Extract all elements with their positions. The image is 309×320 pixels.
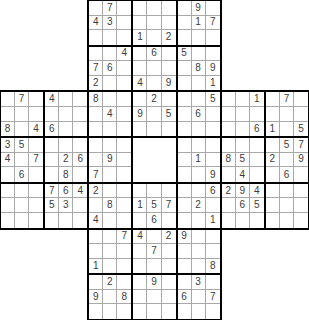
box-r3c2: 46 [43,90,89,138]
given-cell-r3c12: 2 [162,30,176,45]
empty-cell-r14c21[interactable] [294,198,308,213]
given-cell-r20c7: 9 [89,290,103,305]
empty-cell-r8c21[interactable] [294,107,308,122]
empty-cell-r1c9[interactable] [117,1,131,16]
empty-cell-r13c13[interactable] [178,184,192,199]
empty-cell-r21c11[interactable] [147,304,161,319]
given-cell-r9c19: 1 [266,122,280,137]
given-cell-r15c11: 6 [147,213,161,228]
empty-cell-r18c10[interactable] [133,259,147,274]
empty-cell-r14c19[interactable] [266,198,280,213]
empty-cell-r10c18[interactable] [250,138,264,153]
empty-cell-r8c15[interactable] [206,107,220,122]
empty-cell-r1c12[interactable] [162,1,176,16]
given-cell-r2c7: 4 [89,16,103,31]
given-cell-r14c5: 3 [59,198,73,213]
empty-cell-r8c11[interactable] [147,107,161,122]
empty-cell-r17c9[interactable] [117,244,131,259]
given-cell-r10c1: 3 [1,138,15,153]
empty-cell-r14c2[interactable] [15,198,29,213]
empty-cell-r12c3[interactable] [29,167,43,182]
empty-cell-r16c7[interactable] [89,230,103,245]
given-cell-r19c11: 9 [147,275,161,290]
empty-cell-r5c9[interactable] [117,61,131,76]
empty-cell-r12c14[interactable] [192,167,206,182]
empty-cell-r12c18[interactable] [250,167,264,182]
empty-cell-r8c16[interactable] [222,107,236,122]
empty-cell-r15c14[interactable] [192,213,206,228]
empty-cell-r19c12[interactable] [162,275,176,290]
given-cell-r14c10: 1 [133,198,147,213]
box-r3c5: 56 [176,90,222,138]
given-cell-r4c11: 6 [147,47,161,62]
given-cell-r14c8: 8 [103,198,117,213]
box-r5c2: 76453 [43,182,89,230]
given-cell-r8c8: 4 [103,107,117,122]
empty-cell-r8c7[interactable] [89,107,103,122]
empty-cell-r13c1[interactable] [1,184,15,199]
empty-cell-r1c10[interactable] [133,1,147,16]
empty-cell-r14c3[interactable] [29,198,43,213]
empty-cell-r17c12[interactable] [162,244,176,259]
given-cell-r13c7: 2 [89,184,103,199]
empty-cell-r21c10[interactable] [133,304,147,319]
empty-cell-r14c13[interactable] [178,198,192,213]
given-cell-r2c8: 3 [103,16,117,31]
empty-cell-r10c7[interactable] [89,138,103,153]
given-cell-r6c15: 1 [206,76,220,91]
empty-cell-r14c6[interactable] [73,198,87,213]
empty-cell-r5c13[interactable] [178,61,192,76]
given-cell-r6c7: 2 [89,76,103,91]
empty-cell-r9c20[interactable] [280,122,294,137]
given-cell-r11c5: 2 [59,153,73,168]
given-cell-r7c7: 8 [89,92,103,107]
empty-cell-r13c21[interactable] [294,184,308,199]
box-r5c7 [264,182,309,230]
empty-cell-r21c12[interactable] [162,304,176,319]
empty-cell-r4c7[interactable] [89,47,103,62]
empty-cell-r21c13[interactable] [178,304,192,319]
empty-cell-r7c13[interactable] [178,92,192,107]
empty-cell-r8c1[interactable] [1,107,15,122]
empty-cell-r10c6[interactable] [73,138,87,153]
given-cell-r7c11: 2 [147,92,161,107]
given-cell-r14c14: 2 [192,198,206,213]
given-cell-r13c16: 2 [222,184,236,199]
empty-cell-r10c15[interactable] [206,138,220,153]
given-cell-r7c2: 7 [15,92,29,107]
empty-cell-r21c9[interactable] [117,304,131,319]
empty-cell-r7c5[interactable] [59,92,73,107]
empty-cell-r3c9[interactable] [117,30,131,45]
given-cell-r5c7: 7 [89,61,103,76]
empty-cell-r17c13[interactable] [178,244,192,259]
empty-cell-r15c17[interactable] [236,213,250,228]
empty-cell-r17c10[interactable] [133,244,147,259]
given-cell-r2c15: 7 [206,16,220,31]
empty-cell-r8c9[interactable] [117,107,131,122]
empty-cell-r12c6[interactable] [73,167,87,182]
empty-cell-r12c4[interactable] [45,167,59,182]
empty-cell-r2c11[interactable] [147,16,161,31]
empty-cell-r15c3[interactable] [29,213,43,228]
empty-cell-r15c12[interactable] [162,213,176,228]
given-cell-r9c3: 4 [29,122,43,137]
empty-cell-r9c10[interactable] [133,122,147,137]
empty-cell-r9c9[interactable] [117,122,131,137]
box-r3c1: 784 [0,90,45,138]
empty-cell-r7c12[interactable] [162,92,176,107]
empty-cell-r5c11[interactable] [147,61,161,76]
empty-cell-r8c18[interactable] [250,107,264,122]
box-r4c1: 35476 [0,136,45,184]
given-cell-r6c10: 4 [133,76,147,91]
empty-cell-r14c20[interactable] [280,198,294,213]
box-r3c4: 295 [131,90,177,138]
box-r5c1 [0,182,45,230]
empty-cell-r14c7[interactable] [89,198,103,213]
empty-cell-r21c7[interactable] [89,304,103,319]
empty-cell-r12c19[interactable] [266,167,280,182]
empty-cell-r19c7[interactable] [89,275,103,290]
empty-cell-r17c7[interactable] [89,244,103,259]
given-cell-r11c14: 1 [192,153,206,168]
box-r3c7: 715 [264,90,309,138]
box-r2c4: 649 [131,45,177,93]
given-cell-r4c9: 4 [117,47,131,62]
empty-cell-r18c11[interactable] [147,259,161,274]
empty-cell-r18c12[interactable] [162,259,176,274]
box-r5c4: 1576 [131,182,177,230]
empty-cell-r13c12[interactable] [162,184,176,199]
empty-cell-r15c1[interactable] [1,213,15,228]
empty-cell-r8c19[interactable] [266,107,280,122]
empty-cell-r11c15[interactable] [206,153,220,168]
given-cell-r16c9: 7 [117,230,131,245]
given-cell-r12c2: 6 [15,167,29,182]
empty-cell-r9c6[interactable] [73,122,87,137]
box-r3c3: 84 [87,90,133,138]
empty-cell-r15c18[interactable] [250,213,264,228]
given-cell-r4c13: 5 [178,47,192,62]
empty-cell-r13c11[interactable] [147,184,161,199]
given-cell-r8c12: 5 [162,107,176,122]
empty-cell-r7c6[interactable] [73,92,87,107]
empty-cell-r10c13[interactable] [178,138,192,153]
empty-cell-r15c4[interactable] [45,213,59,228]
empty-cell-r20c11[interactable] [147,290,161,305]
given-cell-r17c11: 7 [147,244,161,259]
empty-cell-r10c5[interactable] [59,138,73,153]
empty-cell-r1c15[interactable] [206,1,220,16]
given-cell-r15c15: 1 [206,213,220,228]
given-cell-r14c11: 5 [147,198,161,213]
empty-cell-r8c13[interactable] [178,107,192,122]
empty-cell-r15c5[interactable] [59,213,73,228]
empty-cell-r10c14[interactable] [192,138,206,153]
given-cell-r11c6: 6 [73,153,87,168]
empty-cell-r10c4[interactable] [45,138,59,153]
given-cell-r9c21: 5 [294,122,308,137]
empty-cell-r7c21[interactable] [294,92,308,107]
given-cell-r10c21: 7 [294,138,308,153]
empty-cell-r20c8[interactable] [103,290,117,305]
empty-cell-r7c8[interactable] [103,92,117,107]
empty-cell-r11c9[interactable] [117,153,131,168]
given-cell-r11c17: 5 [236,153,250,168]
empty-cell-r8c20[interactable] [280,107,294,122]
empty-cell-r17c14[interactable] [192,244,206,259]
empty-cell-r9c2[interactable] [15,122,29,137]
empty-cell-r19c10[interactable] [133,275,147,290]
empty-cell-r9c13[interactable] [178,122,192,137]
empty-cell-r12c8[interactable] [103,167,117,182]
empty-cell-r2c9[interactable] [117,16,131,31]
empty-cell-r15c8[interactable] [103,213,117,228]
empty-cell-r15c16[interactable] [222,213,236,228]
empty-cell-r19c13[interactable] [178,275,192,290]
empty-cell-r16c15[interactable] [206,230,220,245]
empty-cell-r12c9[interactable] [117,167,131,182]
empty-cell-r17c15[interactable] [206,244,220,259]
given-cell-r14c4: 5 [45,198,59,213]
given-cell-r5c14: 8 [192,61,206,76]
empty-cell-r14c9[interactable] [117,198,131,213]
given-cell-r9c18: 6 [250,122,264,137]
empty-cell-r15c13[interactable] [178,213,192,228]
empty-cell-r10c3[interactable] [29,138,43,153]
given-cell-r19c8: 2 [103,275,117,290]
empty-cell-r8c5[interactable] [59,107,73,122]
empty-cell-r17c8[interactable] [103,244,117,259]
empty-cell-r6c11[interactable] [147,76,161,91]
given-cell-r16c12: 2 [162,230,176,245]
given-cell-r2c14: 1 [192,16,206,31]
given-cell-r7c4: 4 [45,92,59,107]
empty-cell-r9c7[interactable] [89,122,103,137]
empty-cell-r9c16[interactable] [222,122,236,137]
given-cell-r12c20: 6 [280,167,294,182]
given-cell-r14c18: 5 [250,198,264,213]
empty-cell-r16c11[interactable] [147,230,161,245]
given-cell-r10c20: 5 [280,138,294,153]
box-r3c6: 16 [220,90,266,138]
given-cell-r11c3: 7 [29,153,43,168]
empty-cell-r4c15[interactable] [206,47,220,62]
empty-cell-r1c13[interactable] [178,1,192,16]
empty-cell-r7c17[interactable] [236,92,250,107]
empty-cell-r8c6[interactable] [73,107,87,122]
given-cell-r11c21: 9 [294,153,308,168]
sudoku-board: 7431291747626495891784468429556167153547… [0,0,309,320]
empty-cell-r2c13[interactable] [178,16,192,31]
given-cell-r7c20: 7 [280,92,294,107]
empty-cell-r8c3[interactable] [29,107,43,122]
empty-cell-r4c14[interactable] [192,47,206,62]
empty-cell-r15c10[interactable] [133,213,147,228]
empty-cell-r6c9[interactable] [117,76,131,91]
empty-cell-r7c1[interactable] [1,92,15,107]
empty-cell-r12c13[interactable] [178,167,192,182]
given-cell-r12c7: 7 [89,167,103,182]
given-cell-r11c1: 4 [1,153,15,168]
empty-cell-r7c14[interactable] [192,92,206,107]
empty-cell-r11c2[interactable] [15,153,29,168]
given-cell-r14c17: 6 [236,198,250,213]
empty-cell-r15c19[interactable] [266,213,280,228]
empty-cell-r3c14[interactable] [192,30,206,45]
empty-cell-r10c16[interactable] [222,138,236,153]
given-cell-r13c15: 6 [206,184,220,199]
box-r5c6: 29465 [220,182,266,230]
empty-cell-r8c17[interactable] [236,107,250,122]
empty-cell-r20c10[interactable] [133,290,147,305]
empty-cell-r12c1[interactable] [1,167,15,182]
empty-cell-r11c4[interactable] [45,153,59,168]
empty-cell-r6c8[interactable] [103,76,117,91]
given-cell-r10c2: 5 [15,138,29,153]
empty-cell-r1c11[interactable] [147,1,161,16]
box-r7c3: 298 [87,273,133,320]
empty-cell-r1c7[interactable] [89,1,103,16]
empty-cell-r11c18[interactable] [250,153,264,168]
given-cell-r12c5: 8 [59,167,73,182]
empty-cell-r9c17[interactable] [236,122,250,137]
given-cell-r16c13: 9 [178,230,192,245]
empty-cell-r5c12[interactable] [162,61,176,76]
empty-cell-r15c6[interactable] [73,213,87,228]
empty-cell-r12c16[interactable] [222,167,236,182]
empty-cell-r18c14[interactable] [192,259,206,274]
empty-cell-r13c20[interactable] [280,184,294,199]
box-r2c5: 5891 [176,45,222,93]
given-cell-r9c4: 6 [45,122,59,137]
empty-cell-r3c8[interactable] [103,30,117,45]
empty-cell-r20c12[interactable] [162,290,176,305]
empty-cell-r7c19[interactable] [266,92,280,107]
empty-cell-r12c21[interactable] [294,167,308,182]
empty-cell-r4c10[interactable] [133,47,147,62]
empty-cell-r16c8[interactable] [103,230,117,245]
empty-cell-r15c9[interactable] [117,213,131,228]
empty-cell-r13c14[interactable] [192,184,206,199]
empty-cell-r3c13[interactable] [178,30,192,45]
empty-cell-r10c17[interactable] [236,138,250,153]
empty-cell-r7c9[interactable] [117,92,131,107]
empty-cell-r15c2[interactable] [15,213,29,228]
empty-cell-r14c16[interactable] [222,198,236,213]
empty-cell-r4c8[interactable] [103,47,117,62]
empty-cell-r19c15[interactable] [206,275,220,290]
box-r6c5: 98 [176,228,222,276]
empty-cell-r3c15[interactable] [206,30,220,45]
empty-cell-r19c9[interactable] [117,275,131,290]
box-r6c3: 71 [87,228,133,276]
given-cell-r3c10: 1 [133,30,147,45]
empty-cell-r14c1[interactable] [1,198,15,213]
empty-cell-r2c12[interactable] [162,16,176,31]
given-cell-r20c13: 6 [178,290,192,305]
empty-cell-r7c16[interactable] [222,92,236,107]
empty-cell-r3c11[interactable] [147,30,161,45]
empty-cell-r13c2[interactable] [15,184,29,199]
given-cell-r12c17: 4 [236,167,250,182]
empty-cell-r9c11[interactable] [147,122,161,137]
empty-cell-r7c3[interactable] [29,92,43,107]
given-cell-r11c16: 8 [222,153,236,168]
empty-cell-r9c5[interactable] [59,122,73,137]
empty-cell-r16c14[interactable] [192,230,206,245]
given-cell-r11c19: 2 [266,153,280,168]
empty-cell-r20c14[interactable] [192,290,206,305]
empty-cell-r21c15[interactable] [206,304,220,319]
given-cell-r9c1: 8 [1,122,15,137]
empty-cell-r4c12[interactable] [162,47,176,62]
empty-cell-r5c10[interactable] [133,61,147,76]
empty-cell-r13c9[interactable] [117,184,131,199]
empty-cell-r8c4[interactable] [45,107,59,122]
empty-cell-r2c10[interactable] [133,16,147,31]
empty-cell-r21c14[interactable] [192,304,206,319]
empty-cell-r9c15[interactable] [206,122,220,137]
empty-cell-r11c13[interactable] [178,153,192,168]
given-cell-r5c15: 9 [206,61,220,76]
box-r1c4: 12 [131,0,177,47]
box-r6c4: 427 [131,228,177,276]
empty-cell-r6c13[interactable] [178,76,192,91]
box-r1c3: 743 [87,0,133,47]
given-cell-r12c15: 9 [206,167,220,182]
empty-cell-r21c8[interactable] [103,304,117,319]
empty-cell-r14c15[interactable] [206,198,220,213]
empty-cell-r11c7[interactable] [89,153,103,168]
empty-cell-r15c20[interactable] [280,213,294,228]
given-cell-r20c15: 7 [206,290,220,305]
box-r5c3: 284 [87,182,133,230]
empty-cell-r9c14[interactable] [192,122,206,137]
empty-cell-r10c19[interactable] [266,138,280,153]
box-r7c5: 367 [176,273,222,320]
empty-cell-r6c14[interactable] [192,76,206,91]
empty-cell-r18c9[interactable] [117,259,131,274]
given-cell-r7c18: 1 [250,92,264,107]
box-r4c2: 268 [43,136,89,184]
given-cell-r1c8: 7 [103,1,117,16]
given-cell-r13c6: 4 [73,184,87,199]
empty-cell-r13c3[interactable] [29,184,43,199]
empty-cell-r7c10[interactable] [133,92,147,107]
empty-cell-r9c12[interactable] [162,122,176,137]
empty-cell-r8c2[interactable] [15,107,29,122]
box-r4c7: 57296 [264,136,309,184]
empty-cell-r18c8[interactable] [103,259,117,274]
empty-cell-r13c8[interactable] [103,184,117,199]
empty-cell-r13c10[interactable] [133,184,147,199]
empty-cell-r10c9[interactable] [117,138,131,153]
empty-cell-r11c20[interactable] [280,153,294,168]
empty-cell-r13c19[interactable] [266,184,280,199]
empty-cell-r9c8[interactable] [103,122,117,137]
given-cell-r20c9: 8 [117,290,131,305]
empty-cell-r15c21[interactable] [294,213,308,228]
empty-cell-r3c7[interactable] [89,30,103,45]
given-cell-r8c10: 9 [133,107,147,122]
empty-cell-r10c8[interactable] [103,138,117,153]
empty-cell-r18c13[interactable] [178,259,192,274]
box-r7c4: 9 [131,273,177,320]
given-cell-r18c15: 8 [206,259,220,274]
